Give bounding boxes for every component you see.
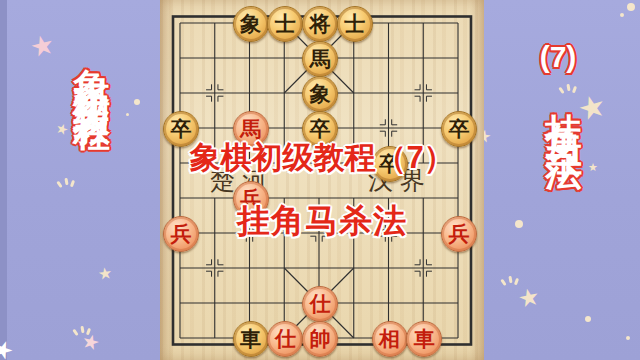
piece-black-士-30[interactable]: 士	[267, 6, 303, 42]
star-icon: ★	[588, 162, 598, 173]
left-title-vertical: 象棋初级教程	[66, 39, 116, 99]
piece-red-仕-39[interactable]: 仕	[267, 321, 303, 357]
sparkle-ticks-icon	[58, 178, 74, 190]
piece-black-将-40[interactable]: 将	[302, 6, 338, 42]
sparkle-dot	[620, 13, 624, 17]
star-icon: ★	[27, 29, 57, 61]
star-icon: ★	[54, 120, 70, 137]
sparkle-ticks-icon	[74, 326, 90, 338]
piece-black-馬-41[interactable]: 馬	[302, 41, 338, 77]
star-icon: ★	[97, 265, 113, 283]
star-icon: ★	[80, 330, 102, 354]
sparkle-dot	[134, 99, 140, 105]
overlay-title-line1: 象棋初级教程（7）	[150, 137, 494, 179]
piece-red-相-69[interactable]: 相	[372, 321, 408, 357]
sparkle-dot	[126, 113, 129, 116]
piece-black-象-20[interactable]: 象	[233, 6, 269, 42]
overlay-title-line2: 挂角马杀法	[150, 199, 494, 244]
piece-red-仕-48[interactable]: 仕	[302, 286, 338, 322]
piece-red-車-79[interactable]: 車	[406, 321, 442, 357]
video-frame: ★ ★ ★ ★ ★ ★ ★ ★ ★ 楚河汉界 象士将士馬象卒馬卒卒卒兵兵兵仕車仕…	[0, 0, 640, 360]
star-icon: ★	[516, 284, 542, 312]
right-title-number: (7)	[532, 40, 584, 74]
sparkle-dot	[626, 336, 630, 340]
right-title-vertical: 挂角马杀法	[538, 84, 588, 134]
sparkle-dot	[585, 316, 591, 322]
sparkle-ticks-icon	[502, 276, 518, 288]
sparkle-dot	[627, 3, 635, 11]
piece-black-車-29[interactable]: 車	[233, 321, 269, 357]
sparkle-dot	[515, 220, 523, 228]
piece-black-士-50[interactable]: 士	[337, 6, 373, 42]
left-edge-band	[0, 0, 7, 360]
piece-red-帥-49[interactable]: 帥	[302, 321, 338, 357]
piece-black-象-42[interactable]: 象	[302, 76, 338, 112]
